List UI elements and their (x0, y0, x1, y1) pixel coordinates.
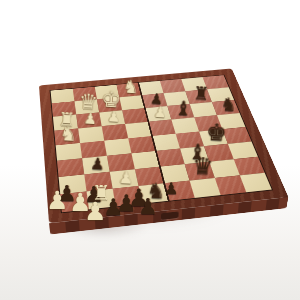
square-b6: ♟ (76, 112, 101, 128)
white-knight-d8: ♞ (122, 77, 139, 96)
square-b5 (78, 126, 104, 143)
square-a5: ♞ (54, 128, 80, 145)
square-f5 (171, 117, 199, 133)
black-rook-g7: ♜ (193, 84, 210, 103)
black-pawn-b3: ♟ (90, 156, 105, 173)
product-photo-scene: ♞♛♚♟♜♜♟♟♟♝♞♞♚♟♝♟♛♞ ♟♟♟♟♟♟♟♟♟♜♟ (0, 0, 300, 300)
captured-black-pawn: ♟ (138, 196, 158, 218)
black-bishop-f6: ♝ (174, 98, 192, 118)
black-knight-h6: ♞ (220, 95, 237, 114)
black-queen-f2: ♛ (192, 154, 214, 179)
square-h3 (228, 141, 258, 159)
square-b3: ♟ (82, 156, 110, 175)
board-clasp (161, 211, 179, 219)
square-g1 (215, 175, 246, 195)
white-pawn-c6: ♟ (107, 109, 121, 125)
white-pawn-e6: ♟ (153, 105, 167, 120)
white-knight-a5: ♞ (59, 124, 78, 144)
captured-white-pawn: ♟ (46, 188, 68, 213)
square-h6: ♞ (212, 100, 240, 115)
captured-black-pawn: ♟ (164, 181, 178, 197)
square-c4 (104, 138, 131, 156)
square-h1 (240, 173, 272, 193)
square-a4 (56, 143, 82, 161)
white-pawn-b6: ♟ (83, 112, 97, 128)
square-c5 (102, 124, 129, 141)
black-king-g4: ♚ (205, 120, 227, 145)
captured-white-rook: ♜ (92, 183, 111, 204)
